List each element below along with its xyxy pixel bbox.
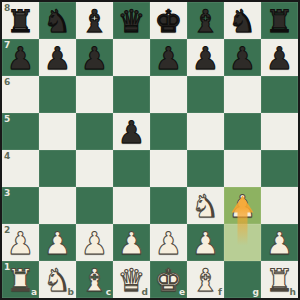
- square-d1[interactable]: d♛: [113, 261, 150, 298]
- piece-black-knight[interactable]: ♞: [224, 2, 261, 39]
- square-a1[interactable]: 1a♜: [2, 261, 39, 298]
- piece-black-rook[interactable]: ♜: [261, 2, 298, 39]
- piece-black-bishop[interactable]: ♝: [187, 2, 224, 39]
- piece-black-pawn[interactable]: ♟: [2, 39, 39, 76]
- square-c8[interactable]: ♝: [76, 2, 113, 39]
- square-e4[interactable]: [150, 150, 187, 187]
- square-b8[interactable]: ♞: [39, 2, 76, 39]
- piece-white-pawn[interactable]: ♟: [261, 224, 298, 261]
- piece-white-rook[interactable]: ♜: [2, 261, 39, 298]
- square-c1[interactable]: c♝: [76, 261, 113, 298]
- square-f8[interactable]: ♝: [187, 2, 224, 39]
- square-e6[interactable]: [150, 76, 187, 113]
- square-f4[interactable]: [187, 150, 224, 187]
- square-h1[interactable]: h♜: [261, 261, 298, 298]
- piece-white-king[interactable]: ♚: [150, 261, 187, 298]
- piece-black-pawn[interactable]: ♟: [39, 39, 76, 76]
- square-h7[interactable]: ♟: [261, 39, 298, 76]
- square-f5[interactable]: [187, 113, 224, 150]
- piece-white-pawn[interactable]: ♟: [39, 224, 76, 261]
- square-f2[interactable]: ♟: [187, 224, 224, 261]
- square-g5[interactable]: [224, 113, 261, 150]
- piece-black-pawn[interactable]: ♟: [76, 39, 113, 76]
- piece-white-bishop[interactable]: ♝: [187, 261, 224, 298]
- square-c6[interactable]: [76, 76, 113, 113]
- square-h5[interactable]: [261, 113, 298, 150]
- square-h6[interactable]: [261, 76, 298, 113]
- square-f3[interactable]: ♞: [187, 187, 224, 224]
- square-c7[interactable]: ♟: [76, 39, 113, 76]
- square-a7[interactable]: 7♟: [2, 39, 39, 76]
- square-e3[interactable]: [150, 187, 187, 224]
- square-e7[interactable]: ♟: [150, 39, 187, 76]
- square-g4[interactable]: [224, 150, 261, 187]
- piece-black-king[interactable]: ♚: [150, 2, 187, 39]
- square-f7[interactable]: ♟: [187, 39, 224, 76]
- piece-white-pawn[interactable]: ♟: [76, 224, 113, 261]
- square-a4[interactable]: 4: [2, 150, 39, 187]
- square-c2[interactable]: ♟: [76, 224, 113, 261]
- piece-black-pawn[interactable]: ♟: [224, 39, 261, 76]
- square-h4[interactable]: [261, 150, 298, 187]
- piece-black-knight[interactable]: ♞: [39, 2, 76, 39]
- square-b1[interactable]: b♞: [39, 261, 76, 298]
- square-a2[interactable]: 2♟: [2, 224, 39, 261]
- square-g8[interactable]: ♞: [224, 2, 261, 39]
- square-b6[interactable]: [39, 76, 76, 113]
- square-a5[interactable]: 5: [2, 113, 39, 150]
- square-g6[interactable]: [224, 76, 261, 113]
- square-e5[interactable]: [150, 113, 187, 150]
- chess-board: 8♜♞♝♛♚♝♞♜7♟♟♟♟♟♟♟65♟43♞♟2♟♟♟♟♟♟♟1a♜b♞c♝d…: [0, 0, 300, 300]
- square-c4[interactable]: [76, 150, 113, 187]
- piece-white-pawn[interactable]: ♟: [150, 224, 187, 261]
- square-d6[interactable]: [113, 76, 150, 113]
- square-d5[interactable]: ♟: [113, 113, 150, 150]
- square-b4[interactable]: [39, 150, 76, 187]
- square-d8[interactable]: ♛: [113, 2, 150, 39]
- piece-black-pawn[interactable]: ♟: [150, 39, 187, 76]
- file-label-g: g: [253, 288, 259, 297]
- piece-white-pawn[interactable]: ♟: [2, 224, 39, 261]
- square-h8[interactable]: ♜: [261, 2, 298, 39]
- piece-black-pawn[interactable]: ♟: [261, 39, 298, 76]
- square-b5[interactable]: [39, 113, 76, 150]
- square-g1[interactable]: g: [224, 261, 261, 298]
- piece-white-rook[interactable]: ♜: [261, 261, 298, 298]
- square-e8[interactable]: ♚: [150, 2, 187, 39]
- piece-white-bishop[interactable]: ♝: [76, 261, 113, 298]
- square-e2[interactable]: ♟: [150, 224, 187, 261]
- square-a3[interactable]: 3: [2, 187, 39, 224]
- piece-black-pawn[interactable]: ♟: [187, 39, 224, 76]
- rank-label-4: 4: [4, 152, 10, 161]
- square-h2[interactable]: ♟: [261, 224, 298, 261]
- square-f6[interactable]: [187, 76, 224, 113]
- piece-white-pawn[interactable]: ♟: [113, 224, 150, 261]
- rank-label-3: 3: [4, 189, 10, 198]
- square-a8[interactable]: 8♜: [2, 2, 39, 39]
- piece-white-knight[interactable]: ♞: [39, 261, 76, 298]
- square-g7[interactable]: ♟: [224, 39, 261, 76]
- piece-black-bishop[interactable]: ♝: [76, 2, 113, 39]
- piece-black-pawn[interactable]: ♟: [113, 113, 150, 150]
- piece-black-queen[interactable]: ♛: [113, 2, 150, 39]
- square-c3[interactable]: [76, 187, 113, 224]
- square-a6[interactable]: 6: [2, 76, 39, 113]
- piece-white-knight[interactable]: ♞: [187, 187, 224, 224]
- square-f1[interactable]: f♝: [187, 261, 224, 298]
- rank-label-6: 6: [4, 78, 10, 87]
- piece-white-pawn[interactable]: ♟: [187, 224, 224, 261]
- piece-white-pawn[interactable]: ♟: [224, 187, 261, 224]
- rank-label-5: 5: [4, 115, 10, 124]
- square-b3[interactable]: [39, 187, 76, 224]
- square-b7[interactable]: ♟: [39, 39, 76, 76]
- square-e1[interactable]: e♚: [150, 261, 187, 298]
- square-d2[interactable]: ♟: [113, 224, 150, 261]
- square-c5[interactable]: [76, 113, 113, 150]
- square-d3[interactable]: [113, 187, 150, 224]
- piece-black-rook[interactable]: ♜: [2, 2, 39, 39]
- piece-white-queen[interactable]: ♛: [113, 261, 150, 298]
- square-h3[interactable]: [261, 187, 298, 224]
- square-d4[interactable]: [113, 150, 150, 187]
- square-g2[interactable]: [224, 224, 261, 261]
- square-g3[interactable]: ♟: [224, 187, 261, 224]
- square-d7[interactable]: [113, 39, 150, 76]
- square-b2[interactable]: ♟: [39, 224, 76, 261]
